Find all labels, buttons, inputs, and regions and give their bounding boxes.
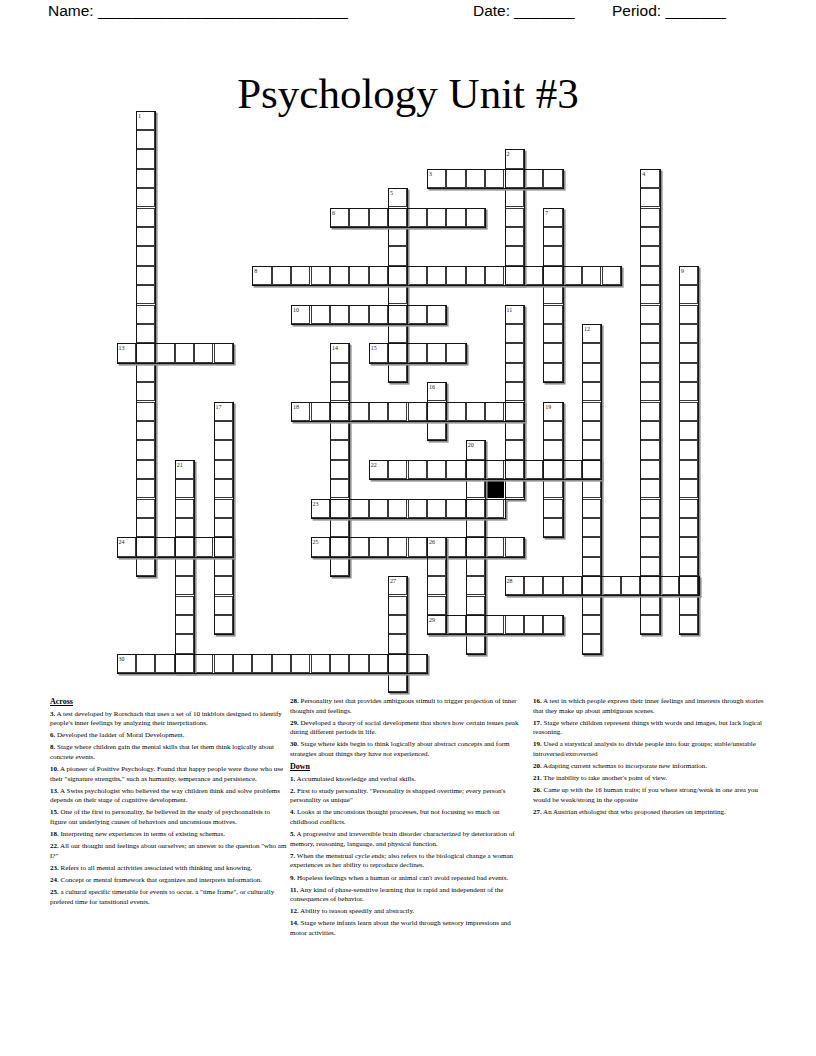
grid-cell[interactable] xyxy=(408,266,427,285)
grid-cell[interactable] xyxy=(582,266,601,285)
grid-cell[interactable] xyxy=(446,402,465,421)
grid-cell[interactable] xyxy=(175,518,194,537)
grid-cell[interactable] xyxy=(175,537,194,556)
grid-cell[interactable] xyxy=(466,596,485,615)
grid-cell[interactable] xyxy=(214,557,233,576)
grid-cell[interactable] xyxy=(427,305,446,324)
grid-cell[interactable] xyxy=(466,169,485,188)
grid-cell[interactable] xyxy=(485,615,504,634)
grid-cell[interactable] xyxy=(543,421,562,440)
grid-cell[interactable] xyxy=(388,246,407,265)
grid-cell[interactable] xyxy=(369,343,388,362)
grid-cell[interactable] xyxy=(582,615,601,634)
grid-cell[interactable] xyxy=(369,208,388,227)
grid-cell[interactable] xyxy=(427,382,446,401)
grid-cell[interactable] xyxy=(369,305,388,324)
grid-cell[interactable] xyxy=(524,615,543,634)
grid-cell[interactable] xyxy=(136,227,155,246)
grid-cell[interactable] xyxy=(349,654,368,673)
grid-cell[interactable] xyxy=(485,499,504,518)
grid-cell[interactable] xyxy=(136,421,155,440)
grid-cell[interactable] xyxy=(679,285,698,304)
grid-cell[interactable] xyxy=(291,266,310,285)
grid-cell[interactable] xyxy=(272,654,291,673)
grid-cell[interactable] xyxy=(466,576,485,595)
grid-cell[interactable] xyxy=(505,149,524,168)
grid-cell[interactable] xyxy=(330,266,349,285)
grid-cell[interactable] xyxy=(388,537,407,556)
grid-cell[interactable] xyxy=(330,557,349,576)
grid-cell[interactable] xyxy=(505,421,524,440)
grid-cell[interactable] xyxy=(214,576,233,595)
grid-cell[interactable] xyxy=(640,324,659,343)
grid-cell[interactable] xyxy=(136,440,155,459)
grid-cell[interactable] xyxy=(136,537,155,556)
grid-cell[interactable] xyxy=(311,537,330,556)
grid-cell[interactable] xyxy=(640,557,659,576)
grid-cell[interactable] xyxy=(485,402,504,421)
across-clue-6: 6. Developed the ladder of Moral Develop… xyxy=(50,731,288,741)
grid-cell[interactable] xyxy=(679,537,698,556)
grid-cell[interactable] xyxy=(446,537,465,556)
grid-cell[interactable] xyxy=(505,537,524,556)
grid-cell[interactable] xyxy=(427,537,446,556)
grid-cell[interactable] xyxy=(214,615,233,634)
grid-cell[interactable] xyxy=(330,654,349,673)
grid-cell[interactable] xyxy=(349,266,368,285)
date-blank-line: _______ xyxy=(510,2,575,19)
grid-cell[interactable] xyxy=(252,654,271,673)
grid-cell[interactable] xyxy=(388,673,407,692)
grid-cell[interactable] xyxy=(543,227,562,246)
grid-cell[interactable] xyxy=(214,343,233,362)
grid-cell[interactable] xyxy=(679,440,698,459)
grid-cell[interactable] xyxy=(505,169,524,188)
grid-cell[interactable] xyxy=(330,537,349,556)
grid-cell[interactable] xyxy=(640,421,659,440)
grid-cell[interactable] xyxy=(543,499,562,518)
grid-cell[interactable] xyxy=(175,654,194,673)
grid-cell[interactable] xyxy=(524,576,543,595)
grid-cell[interactable] xyxy=(505,343,524,362)
grid-cell[interactable] xyxy=(330,382,349,401)
grid-cell[interactable] xyxy=(330,421,349,440)
grid-cell[interactable] xyxy=(640,615,659,634)
grid-cell[interactable] xyxy=(330,440,349,459)
grid-cell[interactable] xyxy=(602,576,621,595)
grid-cell[interactable] xyxy=(427,421,446,440)
grid-cell[interactable] xyxy=(136,149,155,168)
grid-cell[interactable] xyxy=(136,246,155,265)
grid-cell[interactable] xyxy=(524,169,543,188)
grid-cell[interactable] xyxy=(543,266,562,285)
grid-cell[interactable] xyxy=(446,499,465,518)
grid-cell[interactable] xyxy=(136,518,155,537)
grid-cell[interactable] xyxy=(640,343,659,362)
grid-cell[interactable] xyxy=(466,615,485,634)
grid-cell[interactable] xyxy=(524,266,543,285)
grid-cell[interactable] xyxy=(349,537,368,556)
grid-cell[interactable] xyxy=(640,460,659,479)
grid-cell[interactable] xyxy=(388,266,407,285)
grid-cell[interactable] xyxy=(505,615,524,634)
grid-cell[interactable] xyxy=(175,634,194,653)
grid-cell[interactable] xyxy=(427,460,446,479)
grid-cell[interactable] xyxy=(505,227,524,246)
grid-cell[interactable] xyxy=(466,479,485,498)
grid-cell[interactable] xyxy=(369,460,388,479)
grid-cell[interactable] xyxy=(543,208,562,227)
grid-cell[interactable] xyxy=(136,363,155,382)
grid-cell[interactable] xyxy=(543,343,562,362)
grid-cell[interactable] xyxy=(136,188,155,207)
grid-cell[interactable] xyxy=(427,499,446,518)
grid-cell[interactable] xyxy=(640,363,659,382)
grid-cell[interactable] xyxy=(640,208,659,227)
grid-cell[interactable] xyxy=(388,324,407,343)
grid-cell[interactable] xyxy=(311,305,330,324)
grid-cell[interactable] xyxy=(136,285,155,304)
grid-cell[interactable] xyxy=(466,208,485,227)
grid-cell[interactable] xyxy=(369,499,388,518)
grid-cell[interactable] xyxy=(175,557,194,576)
grid-cell[interactable] xyxy=(679,615,698,634)
grid-cell[interactable] xyxy=(291,654,310,673)
grid-cell[interactable] xyxy=(582,460,601,479)
grid-cell[interactable] xyxy=(136,499,155,518)
grid-cell[interactable] xyxy=(582,382,601,401)
grid-cell[interactable] xyxy=(291,402,310,421)
grid-cell[interactable] xyxy=(155,537,174,556)
grid-cell[interactable] xyxy=(563,460,582,479)
grid-cell[interactable] xyxy=(330,363,349,382)
grid-cell[interactable] xyxy=(582,557,601,576)
grid-cell[interactable] xyxy=(640,285,659,304)
grid-cell[interactable] xyxy=(427,208,446,227)
grid-cell[interactable] xyxy=(505,208,524,227)
grid-cell[interactable] xyxy=(175,615,194,634)
grid-cell[interactable] xyxy=(466,537,485,556)
grid-cell[interactable] xyxy=(582,576,601,595)
grid-cell[interactable] xyxy=(136,460,155,479)
grid-cell[interactable] xyxy=(408,460,427,479)
grid-cell[interactable] xyxy=(408,537,427,556)
grid-cell[interactable] xyxy=(330,460,349,479)
grid-cell[interactable] xyxy=(388,460,407,479)
grid-cell[interactable] xyxy=(136,402,155,421)
grid-cell[interactable] xyxy=(679,460,698,479)
grid-cell[interactable] xyxy=(155,654,174,673)
grid-cell[interactable] xyxy=(582,343,601,362)
grid-cell[interactable] xyxy=(679,382,698,401)
grid-cell[interactable] xyxy=(543,576,562,595)
grid-cell[interactable] xyxy=(427,343,446,362)
grid-cell[interactable] xyxy=(466,440,485,459)
grid-cell[interactable] xyxy=(485,537,504,556)
grid-cell[interactable] xyxy=(543,440,562,459)
grid-cell[interactable] xyxy=(330,402,349,421)
grid-cell[interactable] xyxy=(446,343,465,362)
grid-cell[interactable] xyxy=(582,363,601,382)
grid-cell[interactable] xyxy=(679,479,698,498)
grid-cell[interactable] xyxy=(505,479,524,498)
grid-cell[interactable] xyxy=(136,130,155,149)
grid-cell[interactable] xyxy=(291,305,310,324)
grid-cell[interactable] xyxy=(214,402,233,421)
grid-cell[interactable] xyxy=(505,402,524,421)
grid-cell[interactable] xyxy=(408,343,427,362)
grid-cell[interactable] xyxy=(136,382,155,401)
grid-cell[interactable] xyxy=(194,654,213,673)
grid-cell[interactable] xyxy=(505,188,524,207)
grid-cell[interactable] xyxy=(330,305,349,324)
grid-cell[interactable] xyxy=(466,402,485,421)
grid-cell[interactable] xyxy=(175,576,194,595)
grid-cell[interactable] xyxy=(136,305,155,324)
grid-cell[interactable] xyxy=(214,479,233,498)
grid-cell[interactable] xyxy=(330,208,349,227)
grid-cell[interactable] xyxy=(311,499,330,518)
grid-cell[interactable] xyxy=(117,654,136,673)
grid-cell[interactable] xyxy=(485,460,504,479)
grid-cell[interactable] xyxy=(136,479,155,498)
grid-cell[interactable] xyxy=(427,402,446,421)
grid-cell[interactable] xyxy=(388,654,407,673)
grid-cell[interactable] xyxy=(679,557,698,576)
grid-cell[interactable] xyxy=(117,343,136,362)
grid-cell[interactable] xyxy=(621,576,640,595)
across-clue-30: 30. Stage where kids begin to think logi… xyxy=(290,740,528,759)
grid-cell[interactable] xyxy=(369,402,388,421)
grid-cell[interactable] xyxy=(427,615,446,634)
grid-cell[interactable] xyxy=(466,634,485,653)
grid-cell[interactable] xyxy=(388,227,407,246)
grid-cell[interactable] xyxy=(214,440,233,459)
grid-cell[interactable] xyxy=(136,169,155,188)
grid-cell[interactable] xyxy=(505,324,524,343)
grid-cell[interactable] xyxy=(388,402,407,421)
grid-cell[interactable] xyxy=(388,188,407,207)
grid-cell[interactable] xyxy=(427,576,446,595)
grid-cell[interactable] xyxy=(214,518,233,537)
grid-cell[interactable] xyxy=(136,208,155,227)
grid-cell[interactable] xyxy=(311,402,330,421)
grid-cell[interactable] xyxy=(330,343,349,362)
grid-cell[interactable] xyxy=(349,402,368,421)
grid-cell[interactable] xyxy=(214,596,233,615)
grid-cell[interactable] xyxy=(175,596,194,615)
grid-cell[interactable] xyxy=(485,266,504,285)
grid-cell[interactable] xyxy=(543,460,562,479)
grid-cell[interactable] xyxy=(466,460,485,479)
down-clue-11: 11. Any kind of phase-sensitive learning… xyxy=(290,886,528,905)
grid-cell[interactable] xyxy=(543,363,562,382)
down-clue-14: 14. Stage where infants learn about the … xyxy=(290,919,528,938)
grid-cell[interactable] xyxy=(349,208,368,227)
grid-cell[interactable] xyxy=(349,305,368,324)
grid-cell[interactable] xyxy=(543,402,562,421)
grid-cell[interactable] xyxy=(563,266,582,285)
grid-cell[interactable] xyxy=(679,499,698,518)
grid-cell[interactable] xyxy=(408,654,427,673)
grid-cell[interactable] xyxy=(582,596,601,615)
grid-cell[interactable] xyxy=(388,576,407,595)
grid-cell[interactable] xyxy=(640,518,659,537)
grid-cell[interactable] xyxy=(214,537,233,556)
grid-cell[interactable] xyxy=(543,479,562,498)
grid-cell[interactable] xyxy=(214,499,233,518)
grid-cell[interactable] xyxy=(466,557,485,576)
grid-cell[interactable] xyxy=(369,266,388,285)
grid-cell[interactable] xyxy=(640,479,659,498)
grid-cell[interactable] xyxy=(640,246,659,265)
grid-cell[interactable] xyxy=(330,499,349,518)
grid-cell[interactable] xyxy=(640,266,659,285)
grid-cell[interactable] xyxy=(582,537,601,556)
grid-cell[interactable] xyxy=(505,246,524,265)
grid-cell[interactable] xyxy=(582,479,601,498)
grid-cell[interactable] xyxy=(175,460,194,479)
grid-cell[interactable] xyxy=(679,343,698,362)
grid-cell[interactable] xyxy=(427,596,446,615)
grid-cell[interactable] xyxy=(679,305,698,324)
grid-cell[interactable] xyxy=(136,654,155,673)
grid-cell[interactable] xyxy=(214,654,233,673)
grid-cell[interactable] xyxy=(582,499,601,518)
grid-cell[interactable] xyxy=(175,499,194,518)
grid-cell[interactable] xyxy=(117,537,136,556)
grid-cell[interactable] xyxy=(272,266,291,285)
grid-cell[interactable] xyxy=(466,518,485,537)
grid-cell[interactable] xyxy=(505,363,524,382)
grid-cell[interactable] xyxy=(427,169,446,188)
grid-cell[interactable] xyxy=(582,421,601,440)
grid-cell[interactable] xyxy=(330,518,349,537)
grid-cell[interactable] xyxy=(408,402,427,421)
grid-cell[interactable] xyxy=(582,324,601,343)
grid-cell[interactable] xyxy=(311,266,330,285)
grid-cell[interactable] xyxy=(582,634,601,653)
grid-cell[interactable] xyxy=(640,382,659,401)
grid-cell[interactable] xyxy=(214,421,233,440)
grid-cell[interactable] xyxy=(505,382,524,401)
grid-cell[interactable] xyxy=(446,615,465,634)
grid-cell[interactable] xyxy=(543,169,562,188)
grid-cell[interactable] xyxy=(194,537,213,556)
grid-cell[interactable] xyxy=(388,615,407,634)
grid-cell[interactable] xyxy=(427,557,446,576)
grid-cell[interactable] xyxy=(388,596,407,615)
grid-cell[interactable] xyxy=(136,324,155,343)
grid-cell[interactable] xyxy=(640,596,659,615)
grid-cell[interactable] xyxy=(679,402,698,421)
grid-cell[interactable] xyxy=(466,499,485,518)
grid-cell[interactable] xyxy=(543,285,562,304)
grid-cell[interactable] xyxy=(543,246,562,265)
grid-cell[interactable] xyxy=(679,576,698,595)
grid-cell[interactable] xyxy=(679,421,698,440)
grid-cell[interactable] xyxy=(640,305,659,324)
grid-cell[interactable] xyxy=(543,518,562,537)
grid-cell[interactable] xyxy=(582,440,601,459)
grid-cell[interactable] xyxy=(155,343,174,362)
grid-cell[interactable] xyxy=(214,460,233,479)
grid-cell[interactable] xyxy=(388,363,407,382)
grid-cell[interactable] xyxy=(446,169,465,188)
grid-cell[interactable] xyxy=(640,188,659,207)
grid-cell[interactable] xyxy=(640,402,659,421)
grid-cell[interactable] xyxy=(543,324,562,343)
grid-cell[interactable] xyxy=(505,305,524,324)
grid-cell[interactable] xyxy=(505,440,524,459)
grid-cell[interactable] xyxy=(446,266,465,285)
grid-cell[interactable] xyxy=(175,343,194,362)
grid-cell[interactable] xyxy=(252,266,271,285)
grid-cell[interactable] xyxy=(194,343,213,362)
grid-cell[interactable] xyxy=(640,499,659,518)
grid-cell[interactable] xyxy=(233,654,252,673)
grid-cell[interactable] xyxy=(640,227,659,246)
grid-cell[interactable] xyxy=(349,499,368,518)
grid-cell[interactable] xyxy=(543,615,562,634)
grid-cell[interactable] xyxy=(640,169,659,188)
grid-cell[interactable] xyxy=(136,557,155,576)
grid-cell[interactable] xyxy=(408,305,427,324)
grid-cell[interactable] xyxy=(446,208,465,227)
grid-cell[interactable] xyxy=(136,343,155,362)
grid-cell[interactable] xyxy=(369,654,388,673)
grid-cell[interactable] xyxy=(388,499,407,518)
grid-cell[interactable] xyxy=(311,654,330,673)
grid-cell[interactable] xyxy=(388,285,407,304)
grid-cell[interactable] xyxy=(679,324,698,343)
grid-cell[interactable] xyxy=(582,402,601,421)
grid-cell[interactable] xyxy=(388,343,407,362)
grid-cell[interactable] xyxy=(427,266,446,285)
grid-cell[interactable] xyxy=(640,576,659,595)
grid-cell[interactable] xyxy=(543,305,562,324)
grid-cell[interactable] xyxy=(679,266,698,285)
grid-cell[interactable] xyxy=(640,537,659,556)
grid-cell[interactable] xyxy=(582,518,601,537)
grid-cell[interactable] xyxy=(505,460,524,479)
grid-cell[interactable] xyxy=(679,363,698,382)
grid-cell[interactable] xyxy=(679,518,698,537)
grid-cell[interactable] xyxy=(446,460,465,479)
grid-cell[interactable] xyxy=(679,596,698,615)
grid-cell[interactable] xyxy=(388,208,407,227)
grid-cell[interactable] xyxy=(369,537,388,556)
grid-cell[interactable] xyxy=(602,266,621,285)
grid-cell[interactable] xyxy=(136,266,155,285)
grid-cell[interactable] xyxy=(408,208,427,227)
grid-cell[interactable] xyxy=(388,634,407,653)
grid-cell[interactable] xyxy=(563,576,582,595)
grid-cell[interactable] xyxy=(505,576,524,595)
grid-cell[interactable] xyxy=(466,266,485,285)
grid-cell[interactable] xyxy=(330,479,349,498)
across-clue-29: 29. Developed a theory of social develop… xyxy=(290,719,528,738)
grid-cell[interactable] xyxy=(640,440,659,459)
grid-cell[interactable] xyxy=(524,460,543,479)
grid-cell[interactable] xyxy=(408,499,427,518)
grid-cell[interactable] xyxy=(175,479,194,498)
grid-cell[interactable] xyxy=(485,169,504,188)
grid-cell[interactable] xyxy=(660,576,679,595)
grid-cell[interactable] xyxy=(136,111,155,130)
grid-cell[interactable] xyxy=(388,305,407,324)
grid-cell[interactable] xyxy=(505,266,524,285)
